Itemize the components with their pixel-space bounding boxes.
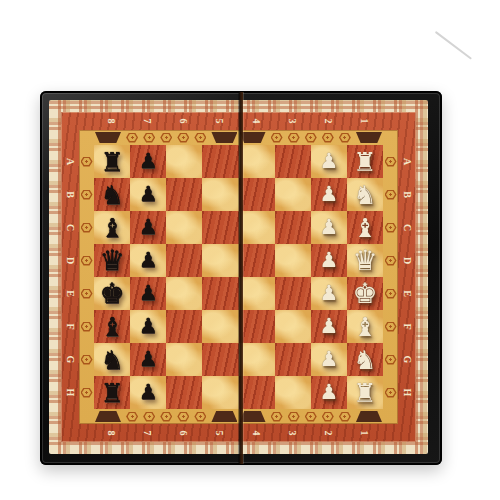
file-right-label-f: F (391, 318, 424, 336)
file-right-label-b: B (391, 186, 424, 204)
square-f3[interactable] (275, 310, 311, 343)
piece-white-pawn-a2[interactable]: ♟ (319, 151, 338, 172)
hexagon-rosette-icon (194, 412, 206, 422)
square-c6[interactable] (166, 211, 202, 244)
piece-black-pawn-h7[interactable]: ♟ (139, 382, 158, 403)
square-g2[interactable]: ♟ (311, 343, 347, 376)
hexagon-rosette-icon (339, 412, 351, 422)
square-b2[interactable]: ♟ (311, 178, 347, 211)
square-a6[interactable] (166, 145, 202, 178)
piece-black-rook-h8[interactable]: ♜ (100, 380, 123, 406)
square-d6[interactable] (166, 244, 202, 277)
square-a2[interactable]: ♟ (311, 145, 347, 178)
hexagon-rosette-icon (126, 133, 138, 143)
square-d4[interactable] (239, 244, 275, 277)
file-left-label-c: C (54, 219, 87, 237)
square-e1[interactable]: ♚ (347, 277, 383, 310)
square-c8[interactable]: ♝ (94, 211, 130, 244)
square-d8[interactable]: ♛ (94, 244, 130, 277)
piece-white-pawn-g2[interactable]: ♟ (319, 349, 338, 370)
hexagon-rosette-icon (305, 412, 317, 422)
product-photo: 87654321 87654321 ABCDEFGH ABCDEFGH ♜♟♟♜… (0, 0, 500, 500)
hexagon-rosette-icon (160, 412, 172, 422)
piece-black-pawn-f7[interactable]: ♟ (139, 316, 158, 337)
file-left-label-g: G (54, 351, 87, 369)
square-c3[interactable] (275, 211, 311, 244)
square-a3[interactable] (275, 145, 311, 178)
file-right-label-e: E (391, 285, 424, 303)
file-left-label-a: A (54, 153, 87, 171)
piece-white-knight-b1[interactable]: ♞ (353, 182, 376, 208)
square-c1[interactable]: ♝ (347, 211, 383, 244)
square-e8[interactable]: ♚ (94, 277, 130, 310)
piece-white-rook-h1[interactable]: ♜ (353, 380, 376, 406)
fold-seam (239, 92, 243, 464)
square-f4[interactable] (239, 310, 275, 343)
square-f8[interactable]: ♝ (94, 310, 130, 343)
square-h8[interactable]: ♜ (94, 376, 130, 409)
square-f6[interactable] (166, 310, 202, 343)
file-left-label-d: D (54, 252, 87, 270)
rank-top-label-3: 3 (284, 103, 302, 139)
square-f1[interactable]: ♝ (347, 310, 383, 343)
rank-bottom-label-4: 4 (248, 415, 266, 451)
file-right-label-d: D (391, 252, 424, 270)
piece-black-pawn-a7[interactable]: ♟ (139, 151, 158, 172)
piece-white-pawn-c2[interactable]: ♟ (319, 217, 338, 238)
coords-left: ABCDEFGH (61, 145, 79, 409)
hexagon-rosette-icon (271, 133, 283, 143)
square-b8[interactable]: ♞ (94, 178, 130, 211)
square-g4[interactable] (239, 343, 275, 376)
square-f2[interactable]: ♟ (311, 310, 347, 343)
square-g6[interactable] (166, 343, 202, 376)
square-g1[interactable]: ♞ (347, 343, 383, 376)
square-b5[interactable] (202, 178, 238, 211)
square-a8[interactable]: ♜ (94, 145, 130, 178)
hexagon-rosette-icon (194, 133, 206, 143)
square-f5[interactable] (202, 310, 238, 343)
piece-black-rook-a8[interactable]: ♜ (100, 149, 123, 175)
square-h7[interactable]: ♟ (130, 376, 166, 409)
square-d3[interactable] (275, 244, 311, 277)
piece-black-bishop-f8[interactable]: ♝ (100, 314, 123, 340)
square-h3[interactable] (275, 376, 311, 409)
square-f7[interactable]: ♟ (130, 310, 166, 343)
piece-white-pawn-f2[interactable]: ♟ (319, 316, 338, 337)
folding-chessboard: 87654321 87654321 ABCDEFGH ABCDEFGH ♜♟♟♜… (40, 91, 442, 465)
square-h4[interactable] (239, 376, 275, 409)
piece-black-pawn-d7[interactable]: ♟ (139, 250, 158, 271)
square-d2[interactable]: ♟ (311, 244, 347, 277)
square-h1[interactable]: ♜ (347, 376, 383, 409)
rank-top-label-7: 7 (139, 103, 157, 139)
hexagon-rosette-icon (126, 412, 138, 422)
square-d5[interactable] (202, 244, 238, 277)
square-g8[interactable]: ♞ (94, 343, 130, 376)
square-a5[interactable] (202, 145, 238, 178)
rank-top-label-1: 1 (356, 103, 374, 139)
square-e4[interactable] (239, 277, 275, 310)
square-e2[interactable]: ♟ (311, 277, 347, 310)
square-h5[interactable] (202, 376, 238, 409)
piece-white-rook-a1[interactable]: ♜ (353, 149, 376, 175)
file-left-label-e: E (54, 285, 87, 303)
stray-scratch-mark (435, 31, 472, 59)
square-c7[interactable]: ♟ (130, 211, 166, 244)
piece-black-pawn-e7[interactable]: ♟ (139, 283, 158, 304)
hexagon-rosette-icon (271, 412, 283, 422)
square-d1[interactable]: ♛ (347, 244, 383, 277)
file-left-label-h: H (54, 384, 87, 402)
file-right-label-c: C (391, 219, 424, 237)
square-c5[interactable] (202, 211, 238, 244)
piece-black-pawn-b7[interactable]: ♟ (139, 184, 158, 205)
file-right-label-a: A (391, 153, 424, 171)
rank-top-label-6: 6 (175, 103, 193, 139)
square-c2[interactable]: ♟ (311, 211, 347, 244)
square-g5[interactable] (202, 343, 238, 376)
piece-white-king-e1[interactable]: ♚ (352, 280, 377, 308)
piece-white-pawn-h2[interactable]: ♟ (319, 382, 338, 403)
piece-white-bishop-c1[interactable]: ♝ (353, 215, 376, 241)
piece-black-king-e8[interactable]: ♚ (100, 280, 125, 308)
rank-top-label-4: 4 (248, 103, 266, 139)
square-b6[interactable] (166, 178, 202, 211)
square-a7[interactable]: ♟ (130, 145, 166, 178)
hexagon-rosette-icon (160, 133, 172, 143)
file-left-label-b: B (54, 186, 87, 204)
rank-top-label-5: 5 (211, 103, 229, 139)
file-left-label-f: F (54, 318, 87, 336)
rank-top-label-2: 2 (320, 103, 338, 139)
rank-bottom-label-8: 8 (103, 415, 121, 451)
square-d7[interactable]: ♟ (130, 244, 166, 277)
file-right-label-g: G (391, 351, 424, 369)
rank-top-label-8: 8 (103, 103, 121, 139)
piece-black-pawn-c7[interactable]: ♟ (139, 217, 158, 238)
square-a1[interactable]: ♜ (347, 145, 383, 178)
piece-black-pawn-g7[interactable]: ♟ (139, 349, 158, 370)
rank-bottom-label-2: 2 (320, 415, 338, 451)
piece-white-pawn-d2[interactable]: ♟ (319, 250, 338, 271)
piece-white-knight-g1[interactable]: ♞ (353, 347, 376, 373)
square-h2[interactable]: ♟ (311, 376, 347, 409)
piece-white-pawn-e2[interactable]: ♟ (319, 283, 338, 304)
square-b7[interactable]: ♟ (130, 178, 166, 211)
square-b3[interactable] (275, 178, 311, 211)
square-b1[interactable]: ♞ (347, 178, 383, 211)
square-c4[interactable] (239, 211, 275, 244)
piece-black-knight-g8[interactable]: ♞ (100, 347, 123, 373)
piece-white-pawn-b2[interactable]: ♟ (319, 184, 338, 205)
piece-black-bishop-c8[interactable]: ♝ (100, 215, 123, 241)
piece-white-bishop-f1[interactable]: ♝ (353, 314, 376, 340)
rank-bottom-label-1: 1 (356, 415, 374, 451)
square-a4[interactable] (239, 145, 275, 178)
hexagon-rosette-icon (305, 133, 317, 143)
square-e5[interactable] (202, 277, 238, 310)
square-e6[interactable] (166, 277, 202, 310)
rank-bottom-label-6: 6 (175, 415, 193, 451)
square-e7[interactable]: ♟ (130, 277, 166, 310)
square-g3[interactable] (275, 343, 311, 376)
square-g7[interactable]: ♟ (130, 343, 166, 376)
square-b4[interactable] (239, 178, 275, 211)
file-right-label-h: H (391, 384, 424, 402)
hexagon-rosette-icon (339, 133, 351, 143)
piece-white-queen-d1[interactable]: ♛ (352, 247, 377, 275)
rank-bottom-label-7: 7 (139, 415, 157, 451)
rank-bottom-label-5: 5 (211, 415, 229, 451)
piece-black-queen-d8[interactable]: ♛ (100, 247, 125, 275)
coords-right: ABCDEFGH (398, 145, 416, 409)
square-h6[interactable] (166, 376, 202, 409)
piece-black-knight-b8[interactable]: ♞ (100, 182, 123, 208)
square-e3[interactable] (275, 277, 311, 310)
rank-bottom-label-3: 3 (284, 415, 302, 451)
